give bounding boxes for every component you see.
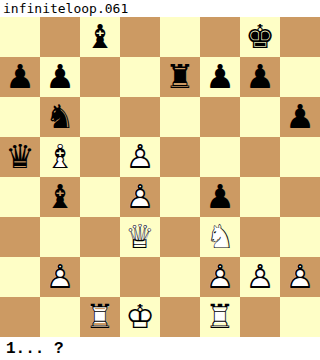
square-h6[interactable]: ♟ (280, 97, 320, 137)
square-h4[interactable] (280, 177, 320, 217)
white-king[interactable]: ♚♔ (120, 297, 160, 337)
square-e6[interactable] (160, 97, 200, 137)
square-b3[interactable] (40, 217, 80, 257)
square-g2[interactable]: ♟♙ (240, 257, 280, 297)
black-king[interactable]: ♚ (240, 17, 280, 57)
square-a1[interactable] (0, 297, 40, 337)
square-f7[interactable]: ♟ (200, 57, 240, 97)
square-d6[interactable] (120, 97, 160, 137)
square-a8[interactable] (0, 17, 40, 57)
square-f8[interactable] (200, 17, 240, 57)
square-f6[interactable] (200, 97, 240, 137)
square-c8[interactable]: ♝ (80, 17, 120, 57)
square-c4[interactable] (80, 177, 120, 217)
square-c1[interactable]: ♜♖ (80, 297, 120, 337)
square-a6[interactable] (0, 97, 40, 137)
black-pawn[interactable]: ♟ (40, 57, 80, 97)
square-f1[interactable]: ♜♖ (200, 297, 240, 337)
square-g1[interactable] (240, 297, 280, 337)
black-bishop[interactable]: ♝ (40, 177, 80, 217)
square-f4[interactable]: ♟ (200, 177, 240, 217)
square-e4[interactable] (160, 177, 200, 217)
square-c2[interactable] (80, 257, 120, 297)
square-a2[interactable] (0, 257, 40, 297)
white-pawn[interactable]: ♟♙ (120, 137, 160, 177)
square-c3[interactable] (80, 217, 120, 257)
white-rook[interactable]: ♜♖ (80, 297, 120, 337)
square-h5[interactable] (280, 137, 320, 177)
square-d3[interactable]: ♛♕ (120, 217, 160, 257)
square-d4[interactable]: ♟♙ (120, 177, 160, 217)
square-h8[interactable] (280, 17, 320, 57)
square-b4[interactable]: ♝ (40, 177, 80, 217)
square-h7[interactable] (280, 57, 320, 97)
black-rook[interactable]: ♜ (160, 57, 200, 97)
square-a5[interactable]: ♛ (0, 137, 40, 177)
square-g8[interactable]: ♚ (240, 17, 280, 57)
square-b5[interactable]: ♝♗ (40, 137, 80, 177)
black-pawn[interactable]: ♟ (240, 57, 280, 97)
white-pawn[interactable]: ♟♙ (200, 257, 240, 297)
square-b8[interactable] (40, 17, 80, 57)
square-h2[interactable]: ♟♙ (280, 257, 320, 297)
square-e7[interactable]: ♜ (160, 57, 200, 97)
white-bishop[interactable]: ♝♗ (40, 137, 80, 177)
square-f3[interactable]: ♞♘ (200, 217, 240, 257)
white-queen[interactable]: ♛♕ (120, 217, 160, 257)
square-b2[interactable]: ♟♙ (40, 257, 80, 297)
square-b7[interactable]: ♟ (40, 57, 80, 97)
black-pawn[interactable]: ♟ (280, 97, 320, 137)
square-e3[interactable] (160, 217, 200, 257)
square-g3[interactable] (240, 217, 280, 257)
square-a7[interactable]: ♟ (0, 57, 40, 97)
puzzle-title: infiniteloop.061 (3, 1, 128, 16)
black-pawn[interactable]: ♟ (0, 57, 40, 97)
move-prompt: 1... ? (6, 340, 64, 358)
square-d2[interactable] (120, 257, 160, 297)
white-pawn[interactable]: ♟♙ (40, 257, 80, 297)
square-c7[interactable] (80, 57, 120, 97)
square-g6[interactable] (240, 97, 280, 137)
square-g5[interactable] (240, 137, 280, 177)
white-pawn[interactable]: ♟♙ (240, 257, 280, 297)
white-rook[interactable]: ♜♖ (200, 297, 240, 337)
square-a4[interactable] (0, 177, 40, 217)
black-pawn[interactable]: ♟ (200, 177, 240, 217)
square-f2[interactable]: ♟♙ (200, 257, 240, 297)
square-e1[interactable] (160, 297, 200, 337)
white-pawn[interactable]: ♟♙ (280, 257, 320, 297)
square-d7[interactable] (120, 57, 160, 97)
square-a3[interactable] (0, 217, 40, 257)
square-e5[interactable] (160, 137, 200, 177)
square-h3[interactable] (280, 217, 320, 257)
square-c5[interactable] (80, 137, 120, 177)
square-d1[interactable]: ♚♔ (120, 297, 160, 337)
square-d8[interactable] (120, 17, 160, 57)
black-pawn[interactable]: ♟ (200, 57, 240, 97)
square-d5[interactable]: ♟♙ (120, 137, 160, 177)
black-queen[interactable]: ♛ (0, 137, 40, 177)
black-knight[interactable]: ♞ (40, 97, 80, 137)
black-bishop[interactable]: ♝ (80, 17, 120, 57)
square-e2[interactable] (160, 257, 200, 297)
title-bar: infiniteloop.061 (0, 0, 320, 17)
white-pawn[interactable]: ♟♙ (120, 177, 160, 217)
square-f5[interactable] (200, 137, 240, 177)
chess-board: ♝♚♟♟♜♟♟♞♟♛♝♗♟♙♝♟♙♟♛♕♞♘♟♙♟♙♟♙♟♙♜♖♚♔♜♖ (0, 17, 320, 337)
square-g7[interactable]: ♟ (240, 57, 280, 97)
white-knight[interactable]: ♞♘ (200, 217, 240, 257)
square-h1[interactable] (280, 297, 320, 337)
square-b6[interactable]: ♞ (40, 97, 80, 137)
square-b1[interactable] (40, 297, 80, 337)
square-c6[interactable] (80, 97, 120, 137)
square-e8[interactable] (160, 17, 200, 57)
square-g4[interactable] (240, 177, 280, 217)
caption-bar: 1... ? (0, 337, 320, 360)
